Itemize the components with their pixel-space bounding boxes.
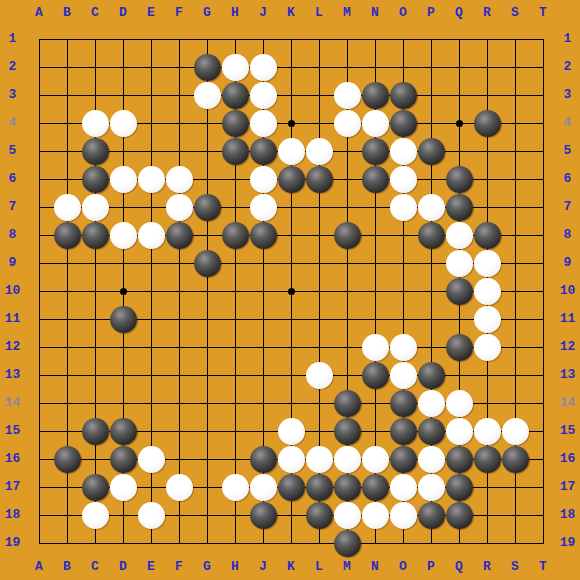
intersection-S9[interactable]: [501, 249, 529, 277]
intersection-N9[interactable]: [361, 249, 389, 277]
intersection-E6[interactable]: [137, 165, 165, 193]
intersection-D3[interactable]: [109, 81, 137, 109]
intersection-S1[interactable]: [501, 25, 529, 53]
intersection-Q7[interactable]: [445, 193, 473, 221]
intersection-Q17[interactable]: [445, 473, 473, 501]
intersection-C15[interactable]: [81, 417, 109, 445]
intersection-O3[interactable]: [389, 81, 417, 109]
intersection-C12[interactable]: [81, 333, 109, 361]
intersection-C2[interactable]: [81, 53, 109, 81]
intersection-N7[interactable]: [361, 193, 389, 221]
intersection-S13[interactable]: [501, 361, 529, 389]
intersection-O8[interactable]: [389, 221, 417, 249]
intersection-M19[interactable]: [333, 529, 361, 557]
intersection-F15[interactable]: [165, 417, 193, 445]
intersection-T5[interactable]: [529, 137, 557, 165]
intersection-K7[interactable]: [277, 193, 305, 221]
intersection-O17[interactable]: [389, 473, 417, 501]
intersection-N6[interactable]: [361, 165, 389, 193]
intersection-G1[interactable]: [193, 25, 221, 53]
intersection-M3[interactable]: [333, 81, 361, 109]
intersection-A2[interactable]: [25, 53, 53, 81]
intersection-D10[interactable]: [109, 277, 137, 305]
intersection-F17[interactable]: [165, 473, 193, 501]
intersection-B15[interactable]: [53, 417, 81, 445]
intersection-S2[interactable]: [501, 53, 529, 81]
intersection-K3[interactable]: [277, 81, 305, 109]
intersection-K4[interactable]: [277, 109, 305, 137]
intersection-S12[interactable]: [501, 333, 529, 361]
intersection-Q9[interactable]: [445, 249, 473, 277]
intersection-L6[interactable]: [305, 165, 333, 193]
intersection-T15[interactable]: [529, 417, 557, 445]
intersection-B2[interactable]: [53, 53, 81, 81]
intersection-R4[interactable]: [473, 109, 501, 137]
intersection-P10[interactable]: [417, 277, 445, 305]
intersection-S11[interactable]: [501, 305, 529, 333]
intersection-G18[interactable]: [193, 501, 221, 529]
intersection-L13[interactable]: [305, 361, 333, 389]
intersection-N3[interactable]: [361, 81, 389, 109]
intersection-K9[interactable]: [277, 249, 305, 277]
intersection-J2[interactable]: [249, 53, 277, 81]
intersection-C7[interactable]: [81, 193, 109, 221]
intersection-Q19[interactable]: [445, 529, 473, 557]
intersection-R16[interactable]: [473, 445, 501, 473]
intersection-N17[interactable]: [361, 473, 389, 501]
intersection-F16[interactable]: [165, 445, 193, 473]
intersection-D15[interactable]: [109, 417, 137, 445]
intersection-G17[interactable]: [193, 473, 221, 501]
intersection-H1[interactable]: [221, 25, 249, 53]
intersection-N12[interactable]: [361, 333, 389, 361]
intersection-S16[interactable]: [501, 445, 529, 473]
intersection-E4[interactable]: [137, 109, 165, 137]
intersection-D12[interactable]: [109, 333, 137, 361]
intersection-D9[interactable]: [109, 249, 137, 277]
intersection-E18[interactable]: [137, 501, 165, 529]
intersection-D7[interactable]: [109, 193, 137, 221]
intersection-Q18[interactable]: [445, 501, 473, 529]
intersection-F5[interactable]: [165, 137, 193, 165]
intersection-O10[interactable]: [389, 277, 417, 305]
intersection-L18[interactable]: [305, 501, 333, 529]
intersection-R2[interactable]: [473, 53, 501, 81]
intersection-D5[interactable]: [109, 137, 137, 165]
intersection-E12[interactable]: [137, 333, 165, 361]
intersection-B12[interactable]: [53, 333, 81, 361]
intersection-C11[interactable]: [81, 305, 109, 333]
intersection-F8[interactable]: [165, 221, 193, 249]
intersection-L8[interactable]: [305, 221, 333, 249]
intersection-S5[interactable]: [501, 137, 529, 165]
intersection-E5[interactable]: [137, 137, 165, 165]
intersection-A14[interactable]: [25, 389, 53, 417]
intersection-R13[interactable]: [473, 361, 501, 389]
intersection-T14[interactable]: [529, 389, 557, 417]
intersection-P19[interactable]: [417, 529, 445, 557]
intersection-M4[interactable]: [333, 109, 361, 137]
intersection-F10[interactable]: [165, 277, 193, 305]
intersection-O7[interactable]: [389, 193, 417, 221]
intersection-L4[interactable]: [305, 109, 333, 137]
intersection-G4[interactable]: [193, 109, 221, 137]
intersection-H15[interactable]: [221, 417, 249, 445]
intersection-P16[interactable]: [417, 445, 445, 473]
intersection-A6[interactable]: [25, 165, 53, 193]
intersection-J14[interactable]: [249, 389, 277, 417]
intersection-E15[interactable]: [137, 417, 165, 445]
intersection-B17[interactable]: [53, 473, 81, 501]
intersection-P13[interactable]: [417, 361, 445, 389]
intersection-O11[interactable]: [389, 305, 417, 333]
intersection-N10[interactable]: [361, 277, 389, 305]
intersection-Q5[interactable]: [445, 137, 473, 165]
intersection-J3[interactable]: [249, 81, 277, 109]
intersection-A17[interactable]: [25, 473, 53, 501]
intersection-T11[interactable]: [529, 305, 557, 333]
intersection-B14[interactable]: [53, 389, 81, 417]
intersection-G2[interactable]: [193, 53, 221, 81]
intersection-H11[interactable]: [221, 305, 249, 333]
intersection-D13[interactable]: [109, 361, 137, 389]
intersection-K1[interactable]: [277, 25, 305, 53]
intersection-J7[interactable]: [249, 193, 277, 221]
intersection-F18[interactable]: [165, 501, 193, 529]
intersection-D17[interactable]: [109, 473, 137, 501]
intersection-D8[interactable]: [109, 221, 137, 249]
intersection-K16[interactable]: [277, 445, 305, 473]
intersection-G15[interactable]: [193, 417, 221, 445]
intersection-L16[interactable]: [305, 445, 333, 473]
intersection-Q1[interactable]: [445, 25, 473, 53]
intersection-A8[interactable]: [25, 221, 53, 249]
intersection-L2[interactable]: [305, 53, 333, 81]
intersection-D16[interactable]: [109, 445, 137, 473]
intersection-O19[interactable]: [389, 529, 417, 557]
intersection-P9[interactable]: [417, 249, 445, 277]
intersection-T16[interactable]: [529, 445, 557, 473]
intersection-P7[interactable]: [417, 193, 445, 221]
intersection-J4[interactable]: [249, 109, 277, 137]
intersection-J6[interactable]: [249, 165, 277, 193]
intersection-L15[interactable]: [305, 417, 333, 445]
intersection-B19[interactable]: [53, 529, 81, 557]
intersection-K8[interactable]: [277, 221, 305, 249]
intersection-Q11[interactable]: [445, 305, 473, 333]
intersection-R19[interactable]: [473, 529, 501, 557]
intersection-M7[interactable]: [333, 193, 361, 221]
intersection-N2[interactable]: [361, 53, 389, 81]
intersection-A4[interactable]: [25, 109, 53, 137]
intersection-Q16[interactable]: [445, 445, 473, 473]
intersection-E10[interactable]: [137, 277, 165, 305]
intersection-E16[interactable]: [137, 445, 165, 473]
intersection-M1[interactable]: [333, 25, 361, 53]
intersection-S17[interactable]: [501, 473, 529, 501]
intersection-F14[interactable]: [165, 389, 193, 417]
intersection-M14[interactable]: [333, 389, 361, 417]
intersection-Q12[interactable]: [445, 333, 473, 361]
intersection-A7[interactable]: [25, 193, 53, 221]
intersection-H18[interactable]: [221, 501, 249, 529]
intersection-G11[interactable]: [193, 305, 221, 333]
intersection-B16[interactable]: [53, 445, 81, 473]
intersection-H16[interactable]: [221, 445, 249, 473]
intersection-G6[interactable]: [193, 165, 221, 193]
intersection-P12[interactable]: [417, 333, 445, 361]
intersection-Q6[interactable]: [445, 165, 473, 193]
intersection-Q4[interactable]: [445, 109, 473, 137]
intersection-N13[interactable]: [361, 361, 389, 389]
intersection-J8[interactable]: [249, 221, 277, 249]
intersection-D2[interactable]: [109, 53, 137, 81]
intersection-K10[interactable]: [277, 277, 305, 305]
intersection-M2[interactable]: [333, 53, 361, 81]
intersection-N11[interactable]: [361, 305, 389, 333]
intersection-C13[interactable]: [81, 361, 109, 389]
intersection-F7[interactable]: [165, 193, 193, 221]
intersection-T12[interactable]: [529, 333, 557, 361]
intersection-E11[interactable]: [137, 305, 165, 333]
intersection-R10[interactable]: [473, 277, 501, 305]
intersection-B7[interactable]: [53, 193, 81, 221]
intersection-A18[interactable]: [25, 501, 53, 529]
intersection-P8[interactable]: [417, 221, 445, 249]
intersection-C10[interactable]: [81, 277, 109, 305]
intersection-C16[interactable]: [81, 445, 109, 473]
intersection-F2[interactable]: [165, 53, 193, 81]
intersection-D6[interactable]: [109, 165, 137, 193]
intersection-R6[interactable]: [473, 165, 501, 193]
intersection-T3[interactable]: [529, 81, 557, 109]
intersection-J17[interactable]: [249, 473, 277, 501]
intersection-J9[interactable]: [249, 249, 277, 277]
intersection-T9[interactable]: [529, 249, 557, 277]
intersection-R3[interactable]: [473, 81, 501, 109]
intersection-K2[interactable]: [277, 53, 305, 81]
intersection-S14[interactable]: [501, 389, 529, 417]
intersection-N15[interactable]: [361, 417, 389, 445]
intersection-B13[interactable]: [53, 361, 81, 389]
intersection-D14[interactable]: [109, 389, 137, 417]
intersection-T4[interactable]: [529, 109, 557, 137]
intersection-O13[interactable]: [389, 361, 417, 389]
intersection-C5[interactable]: [81, 137, 109, 165]
intersection-M9[interactable]: [333, 249, 361, 277]
intersection-K17[interactable]: [277, 473, 305, 501]
intersection-F11[interactable]: [165, 305, 193, 333]
intersection-C8[interactable]: [81, 221, 109, 249]
intersection-P15[interactable]: [417, 417, 445, 445]
intersection-C18[interactable]: [81, 501, 109, 529]
intersection-T1[interactable]: [529, 25, 557, 53]
intersection-G9[interactable]: [193, 249, 221, 277]
intersection-C6[interactable]: [81, 165, 109, 193]
intersection-E7[interactable]: [137, 193, 165, 221]
intersection-B11[interactable]: [53, 305, 81, 333]
intersection-M10[interactable]: [333, 277, 361, 305]
intersection-R7[interactable]: [473, 193, 501, 221]
intersection-N1[interactable]: [361, 25, 389, 53]
intersection-T13[interactable]: [529, 361, 557, 389]
intersection-O2[interactable]: [389, 53, 417, 81]
intersection-G16[interactable]: [193, 445, 221, 473]
intersection-F12[interactable]: [165, 333, 193, 361]
intersection-N18[interactable]: [361, 501, 389, 529]
intersection-S6[interactable]: [501, 165, 529, 193]
intersection-H17[interactable]: [221, 473, 249, 501]
intersection-N4[interactable]: [361, 109, 389, 137]
intersection-T6[interactable]: [529, 165, 557, 193]
intersection-N8[interactable]: [361, 221, 389, 249]
intersection-H10[interactable]: [221, 277, 249, 305]
intersection-F1[interactable]: [165, 25, 193, 53]
intersection-A12[interactable]: [25, 333, 53, 361]
intersection-L7[interactable]: [305, 193, 333, 221]
intersection-O18[interactable]: [389, 501, 417, 529]
intersection-K6[interactable]: [277, 165, 305, 193]
intersection-F3[interactable]: [165, 81, 193, 109]
intersection-R15[interactable]: [473, 417, 501, 445]
intersection-G10[interactable]: [193, 277, 221, 305]
intersection-A13[interactable]: [25, 361, 53, 389]
intersection-H3[interactable]: [221, 81, 249, 109]
intersection-F13[interactable]: [165, 361, 193, 389]
intersection-E8[interactable]: [137, 221, 165, 249]
intersection-A9[interactable]: [25, 249, 53, 277]
intersection-T8[interactable]: [529, 221, 557, 249]
intersection-C3[interactable]: [81, 81, 109, 109]
intersection-K12[interactable]: [277, 333, 305, 361]
intersection-M13[interactable]: [333, 361, 361, 389]
intersection-H7[interactable]: [221, 193, 249, 221]
intersection-H19[interactable]: [221, 529, 249, 557]
intersection-G8[interactable]: [193, 221, 221, 249]
intersection-Q13[interactable]: [445, 361, 473, 389]
intersection-B10[interactable]: [53, 277, 81, 305]
intersection-R8[interactable]: [473, 221, 501, 249]
intersection-O15[interactable]: [389, 417, 417, 445]
intersection-K13[interactable]: [277, 361, 305, 389]
intersection-P11[interactable]: [417, 305, 445, 333]
intersection-E1[interactable]: [137, 25, 165, 53]
intersection-L17[interactable]: [305, 473, 333, 501]
intersection-R12[interactable]: [473, 333, 501, 361]
intersection-O4[interactable]: [389, 109, 417, 137]
intersection-G19[interactable]: [193, 529, 221, 557]
intersection-F19[interactable]: [165, 529, 193, 557]
intersection-F6[interactable]: [165, 165, 193, 193]
intersection-N5[interactable]: [361, 137, 389, 165]
intersection-N16[interactable]: [361, 445, 389, 473]
intersection-M8[interactable]: [333, 221, 361, 249]
intersection-F4[interactable]: [165, 109, 193, 137]
intersection-D4[interactable]: [109, 109, 137, 137]
intersection-L19[interactable]: [305, 529, 333, 557]
intersection-P17[interactable]: [417, 473, 445, 501]
intersection-G5[interactable]: [193, 137, 221, 165]
intersection-D1[interactable]: [109, 25, 137, 53]
intersection-H5[interactable]: [221, 137, 249, 165]
intersection-R17[interactable]: [473, 473, 501, 501]
intersection-G7[interactable]: [193, 193, 221, 221]
intersection-E13[interactable]: [137, 361, 165, 389]
intersection-E17[interactable]: [137, 473, 165, 501]
intersection-O16[interactable]: [389, 445, 417, 473]
intersection-H6[interactable]: [221, 165, 249, 193]
intersection-J15[interactable]: [249, 417, 277, 445]
intersection-G12[interactable]: [193, 333, 221, 361]
intersection-L5[interactable]: [305, 137, 333, 165]
intersection-R1[interactable]: [473, 25, 501, 53]
intersection-B5[interactable]: [53, 137, 81, 165]
intersection-H2[interactable]: [221, 53, 249, 81]
intersection-D11[interactable]: [109, 305, 137, 333]
intersection-S7[interactable]: [501, 193, 529, 221]
intersection-M18[interactable]: [333, 501, 361, 529]
intersection-K11[interactable]: [277, 305, 305, 333]
intersection-T18[interactable]: [529, 501, 557, 529]
intersection-Q8[interactable]: [445, 221, 473, 249]
intersection-L11[interactable]: [305, 305, 333, 333]
intersection-L10[interactable]: [305, 277, 333, 305]
intersection-M12[interactable]: [333, 333, 361, 361]
intersection-L12[interactable]: [305, 333, 333, 361]
intersection-N14[interactable]: [361, 389, 389, 417]
intersection-A16[interactable]: [25, 445, 53, 473]
intersection-T17[interactable]: [529, 473, 557, 501]
intersection-Q15[interactable]: [445, 417, 473, 445]
intersection-E2[interactable]: [137, 53, 165, 81]
intersection-M11[interactable]: [333, 305, 361, 333]
intersection-C4[interactable]: [81, 109, 109, 137]
intersection-H14[interactable]: [221, 389, 249, 417]
intersection-P2[interactable]: [417, 53, 445, 81]
intersection-R5[interactable]: [473, 137, 501, 165]
intersection-K18[interactable]: [277, 501, 305, 529]
intersection-L9[interactable]: [305, 249, 333, 277]
intersection-B8[interactable]: [53, 221, 81, 249]
intersection-E19[interactable]: [137, 529, 165, 557]
intersection-L3[interactable]: [305, 81, 333, 109]
intersection-H9[interactable]: [221, 249, 249, 277]
intersection-Q10[interactable]: [445, 277, 473, 305]
intersection-A1[interactable]: [25, 25, 53, 53]
intersection-H12[interactable]: [221, 333, 249, 361]
intersection-R9[interactable]: [473, 249, 501, 277]
intersection-J10[interactable]: [249, 277, 277, 305]
intersection-B6[interactable]: [53, 165, 81, 193]
intersection-A5[interactable]: [25, 137, 53, 165]
intersection-H13[interactable]: [221, 361, 249, 389]
intersection-H4[interactable]: [221, 109, 249, 137]
intersection-C9[interactable]: [81, 249, 109, 277]
intersection-P5[interactable]: [417, 137, 445, 165]
intersection-D18[interactable]: [109, 501, 137, 529]
intersection-Q14[interactable]: [445, 389, 473, 417]
intersection-O6[interactable]: [389, 165, 417, 193]
intersection-S15[interactable]: [501, 417, 529, 445]
intersection-K19[interactable]: [277, 529, 305, 557]
intersection-P4[interactable]: [417, 109, 445, 137]
intersection-B18[interactable]: [53, 501, 81, 529]
intersection-O9[interactable]: [389, 249, 417, 277]
intersection-E14[interactable]: [137, 389, 165, 417]
intersection-B1[interactable]: [53, 25, 81, 53]
intersection-P18[interactable]: [417, 501, 445, 529]
intersection-B4[interactable]: [53, 109, 81, 137]
